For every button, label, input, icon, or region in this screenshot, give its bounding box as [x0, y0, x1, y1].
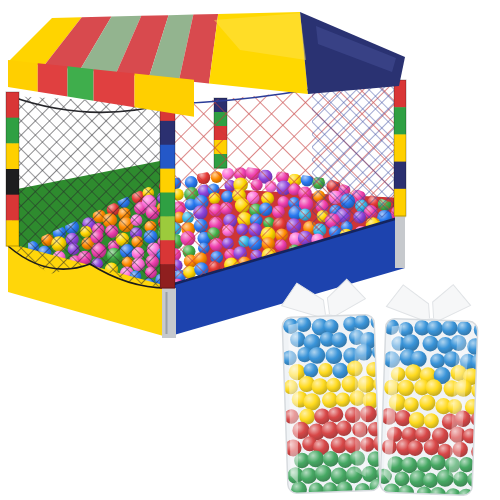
- left-pole: [6, 92, 19, 247]
- corner-bracket-right: [395, 216, 405, 268]
- right-pole: [394, 80, 406, 217]
- valance-flap: [38, 63, 68, 96]
- product-photo: [0, 0, 500, 500]
- valance-flap: [68, 66, 94, 100]
- corner-hinge-front: [162, 288, 176, 338]
- valance-flap: [8, 60, 38, 92]
- ball-pit-scene: [0, 0, 500, 500]
- hinge-pin: [166, 292, 168, 334]
- net-front-left: [8, 96, 167, 288]
- net-right-blue: [312, 68, 398, 232]
- front-center-pole: [160, 97, 175, 289]
- valance-flap: [94, 69, 135, 107]
